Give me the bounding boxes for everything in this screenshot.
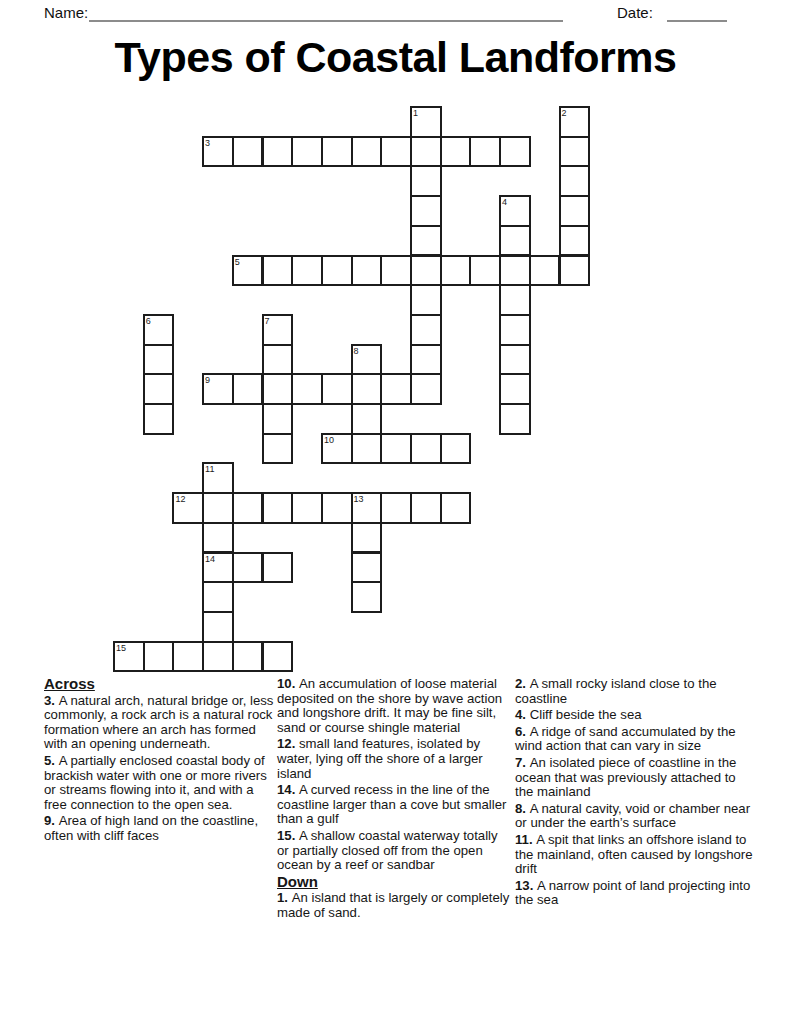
clue-10: 10. An accumulation of loose material de…	[277, 677, 511, 735]
grid-cell[interactable]	[499, 373, 531, 405]
clue-number: 9.	[44, 813, 59, 828]
grid-cell[interactable]	[380, 492, 412, 524]
grid-cell[interactable]	[499, 136, 531, 168]
grid-cell[interactable]: 9	[202, 373, 234, 405]
grid-cell[interactable]	[262, 255, 294, 287]
clue-3: 3. A natural arch, natural bridge or, le…	[44, 694, 274, 752]
grid-cell[interactable]	[410, 314, 442, 346]
grid-cell[interactable]	[440, 255, 472, 287]
cell-number: 3	[205, 138, 210, 148]
grid-cell[interactable]	[262, 373, 294, 405]
clue-number: 1.	[277, 890, 292, 905]
grid-cell[interactable]	[321, 373, 353, 405]
date-label: Date:	[617, 4, 653, 21]
clue-number: 14.	[277, 782, 299, 797]
grid-cell[interactable]	[529, 255, 561, 287]
grid-cell[interactable]: 15	[113, 641, 145, 673]
grid-cell[interactable]	[351, 373, 383, 405]
cell-number: 6	[146, 316, 151, 326]
cell-number: 10	[324, 435, 334, 445]
grid-cell[interactable]: 1	[410, 106, 442, 138]
grid-cell[interactable]	[262, 136, 294, 168]
grid-cell[interactable]	[410, 165, 442, 197]
grid-cell[interactable]	[143, 641, 175, 673]
cell-number: 9	[205, 375, 210, 385]
clue-number: 7.	[515, 755, 530, 770]
date-blank-line	[667, 20, 727, 22]
grid-cell[interactable]	[351, 403, 383, 435]
grid-cell[interactable]	[321, 492, 353, 524]
grid-cell[interactable]	[262, 344, 294, 376]
grid-cell[interactable]	[559, 195, 591, 227]
clue-number: 4.	[515, 707, 530, 722]
grid-cell[interactable]	[321, 136, 353, 168]
clue-11: 11. A spit that links an offshore island…	[515, 833, 755, 877]
clue-column-1: Across3. A natural arch, natural bridge …	[44, 677, 274, 846]
grid-cell[interactable]: 3	[202, 136, 234, 168]
grid-cell[interactable]: 4	[499, 195, 531, 227]
grid-cell[interactable]: 8	[351, 344, 383, 376]
grid-cell[interactable]	[469, 255, 501, 287]
grid-cell[interactable]: 12	[172, 492, 204, 524]
grid-cell[interactable]	[380, 373, 412, 405]
clue-number: 11.	[515, 832, 536, 847]
grid-cell[interactable]: 14	[202, 552, 234, 584]
name-blank-line	[89, 20, 563, 22]
grid-cell[interactable]	[291, 136, 323, 168]
cell-number: 1	[413, 108, 418, 118]
grid-cell[interactable]	[559, 255, 591, 287]
grid-cell[interactable]: 11	[202, 462, 234, 494]
grid-cell[interactable]	[351, 522, 383, 554]
grid-cell[interactable]	[143, 373, 175, 405]
clue-number: 12.	[277, 736, 299, 751]
grid-cell[interactable]	[143, 403, 175, 435]
grid-cell[interactable]	[143, 344, 175, 376]
grid-cell[interactable]	[469, 136, 501, 168]
grid-cell[interactable]	[410, 433, 442, 465]
grid-cell[interactable]	[410, 284, 442, 316]
cell-number: 4	[502, 197, 507, 207]
clue-13: 13. A narrow point of land projecting in…	[515, 879, 755, 908]
grid-cell[interactable]	[499, 284, 531, 316]
grid-cell[interactable]	[232, 136, 264, 168]
grid-cell[interactable]	[499, 403, 531, 435]
clue-number: 13.	[515, 878, 537, 893]
cell-number: 14	[205, 554, 215, 564]
clue-7: 7. An isolated piece of coastline in the…	[515, 756, 755, 800]
grid-cell[interactable]	[232, 641, 264, 673]
grid-cell[interactable]	[351, 136, 383, 168]
grid-cell[interactable]	[351, 552, 383, 584]
grid-cell[interactable]	[499, 255, 531, 287]
cell-number: 15	[116, 643, 126, 653]
clue-4: 4. Cliff beside the sea	[515, 708, 755, 723]
grid-cell[interactable]	[410, 225, 442, 257]
grid-cell[interactable]	[559, 165, 591, 197]
grid-cell[interactable]	[351, 581, 383, 613]
cell-number: 11	[205, 464, 214, 474]
clue-2: 2. A small rocky island close to the coa…	[515, 677, 755, 706]
grid-cell[interactable]	[440, 136, 472, 168]
clue-number: 6.	[515, 724, 530, 739]
across-header: Across	[44, 677, 274, 692]
clue-15: 15. A shallow coastal waterway totally o…	[277, 829, 511, 873]
grid-cell[interactable]	[291, 373, 323, 405]
down-header: Down	[277, 875, 511, 890]
cell-number: 8	[354, 346, 359, 356]
grid-cell[interactable]	[321, 255, 353, 287]
clue-9: 9. Area of high land on the coastline, o…	[44, 814, 274, 843]
grid-cell[interactable]	[440, 492, 472, 524]
grid-cell[interactable]	[202, 641, 234, 673]
grid-cell[interactable]	[559, 136, 591, 168]
clue-number: 10.	[277, 676, 299, 691]
grid-cell[interactable]	[172, 641, 204, 673]
grid-cell[interactable]	[232, 492, 264, 524]
grid-cell[interactable]	[232, 552, 264, 584]
grid-cell[interactable]	[291, 492, 323, 524]
worksheet-page: Name: Date: Types of Coastal Landforms 1…	[0, 0, 791, 1024]
clue-8: 8. A natural cavity, void or chamber nea…	[515, 802, 755, 831]
grid-cell[interactable]	[380, 255, 412, 287]
cell-number: 13	[354, 494, 364, 504]
grid-cell[interactable]: 6	[143, 314, 175, 346]
grid-cell[interactable]	[262, 552, 294, 584]
clue-12: 12. small land features, isolated by wat…	[277, 737, 511, 781]
grid-cell[interactable]	[202, 581, 234, 613]
clue-5: 5. A partially enclosed coastal body of …	[44, 754, 274, 812]
grid-cell[interactable]	[262, 641, 294, 673]
grid-cell[interactable]	[380, 433, 412, 465]
clue-14: 14. A curved recess in the line of the c…	[277, 783, 511, 827]
page-title: Types of Coastal Landforms	[0, 33, 791, 82]
clue-number: 5.	[44, 753, 59, 768]
grid-cell[interactable]	[202, 522, 234, 554]
grid-cell[interactable]: 2	[559, 106, 591, 138]
grid-cell[interactable]	[410, 255, 442, 287]
grid-cell[interactable]	[440, 433, 472, 465]
grid-cell[interactable]	[291, 255, 323, 287]
clue-column-2: 10. An accumulation of loose material de…	[277, 677, 511, 923]
grid-cell[interactable]	[262, 492, 294, 524]
clue-number: 15.	[277, 828, 299, 843]
cell-number: 5	[235, 257, 240, 267]
grid-cell[interactable]	[410, 344, 442, 376]
clue-number: 3.	[44, 693, 59, 708]
grid-cell[interactable]	[262, 433, 294, 465]
grid-cell[interactable]	[232, 373, 264, 405]
grid-cell[interactable]	[262, 403, 294, 435]
grid-cell[interactable]	[499, 314, 531, 346]
clue-number: 8.	[515, 801, 530, 816]
grid-cell[interactable]: 7	[262, 314, 294, 346]
crossword-grid: 123456789101112131415	[113, 106, 593, 676]
clue-column-3: 2. A small rocky island close to the coa…	[515, 677, 755, 910]
grid-cell[interactable]	[410, 136, 442, 168]
name-label: Name:	[44, 4, 88, 21]
grid-cell[interactable]	[351, 255, 383, 287]
grid-cell[interactable]: 13	[351, 492, 383, 524]
grid-cell[interactable]	[202, 611, 234, 643]
grid-cell[interactable]	[410, 195, 442, 227]
cell-number: 12	[175, 494, 185, 504]
clue-1: 1. An island that is largely or complete…	[277, 891, 511, 920]
grid-cell[interactable]: 10	[321, 433, 353, 465]
grid-cell[interactable]	[202, 492, 234, 524]
clue-6: 6. A ridge of sand accumulated by the wi…	[515, 725, 755, 754]
grid-cell[interactable]	[410, 373, 442, 405]
clue-number: 2.	[515, 676, 530, 691]
cell-number: 2	[562, 108, 567, 118]
grid-cell[interactable]	[499, 225, 531, 257]
cell-number: 7	[265, 316, 270, 326]
grid-cell[interactable]	[499, 344, 531, 376]
grid-cell[interactable]	[380, 136, 412, 168]
grid-cell[interactable]	[351, 433, 383, 465]
grid-cell[interactable]	[559, 225, 591, 257]
grid-cell[interactable]	[410, 492, 442, 524]
grid-cell[interactable]: 5	[232, 255, 264, 287]
